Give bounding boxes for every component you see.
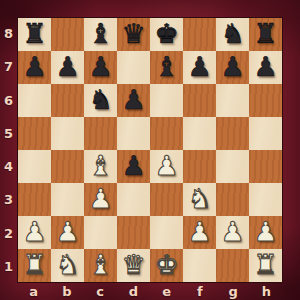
square-h7[interactable]: ♟ xyxy=(249,51,282,84)
square-e2[interactable] xyxy=(150,216,183,249)
square-a2[interactable]: ♟ xyxy=(18,216,51,249)
square-d5[interactable] xyxy=(117,117,150,150)
square-b3[interactable] xyxy=(51,183,84,216)
piece-black-pawn[interactable]: ♟ xyxy=(84,51,117,83)
square-e4[interactable]: ♟ xyxy=(150,150,183,183)
square-h4[interactable] xyxy=(249,150,282,183)
piece-black-pawn[interactable]: ♟ xyxy=(216,51,249,83)
square-f4[interactable] xyxy=(183,150,216,183)
file-label-c: c xyxy=(84,283,117,300)
file-label-d: d xyxy=(117,283,150,300)
piece-white-knight[interactable]: ♞ xyxy=(51,249,84,281)
rank-label-5: 5 xyxy=(0,117,17,150)
piece-white-queen[interactable]: ♛ xyxy=(117,249,150,281)
square-e6[interactable] xyxy=(150,84,183,117)
square-b1[interactable]: ♞ xyxy=(51,249,84,282)
rank-label-1: 1 xyxy=(0,250,17,283)
chess-board: ♜♝♛♚♞♜♟♟♟♝♟♟♟♞♟♝♟♟♟♞♟♟♟♟♟♜♞♝♛♚♜ xyxy=(17,17,283,283)
square-c5[interactable] xyxy=(84,117,117,150)
piece-white-pawn[interactable]: ♟ xyxy=(18,216,51,248)
piece-white-pawn[interactable]: ♟ xyxy=(150,150,183,182)
piece-black-pawn[interactable]: ♟ xyxy=(117,84,150,116)
square-b6[interactable] xyxy=(51,84,84,117)
square-a7[interactable]: ♟ xyxy=(18,51,51,84)
piece-black-rook[interactable]: ♜ xyxy=(18,18,51,50)
square-h6[interactable] xyxy=(249,84,282,117)
file-label-f: f xyxy=(183,283,216,300)
piece-white-rook[interactable]: ♜ xyxy=(249,249,282,281)
square-h8[interactable]: ♜ xyxy=(249,18,282,51)
piece-black-bishop[interactable]: ♝ xyxy=(150,51,183,83)
rank-label-2: 2 xyxy=(0,217,17,250)
square-g1[interactable] xyxy=(216,249,249,282)
square-c6[interactable]: ♞ xyxy=(84,84,117,117)
piece-black-pawn[interactable]: ♟ xyxy=(51,51,84,83)
square-d4[interactable]: ♟ xyxy=(117,150,150,183)
square-h5[interactable] xyxy=(249,117,282,150)
square-c4[interactable]: ♝ xyxy=(84,150,117,183)
square-g7[interactable]: ♟ xyxy=(216,51,249,84)
square-f2[interactable]: ♟ xyxy=(183,216,216,249)
square-d6[interactable]: ♟ xyxy=(117,84,150,117)
square-g3[interactable] xyxy=(216,183,249,216)
piece-white-knight[interactable]: ♞ xyxy=(183,183,216,215)
file-label-g: g xyxy=(217,283,250,300)
square-d1[interactable]: ♛ xyxy=(117,249,150,282)
square-f1[interactable] xyxy=(183,249,216,282)
piece-white-pawn[interactable]: ♟ xyxy=(51,216,84,248)
piece-black-knight[interactable]: ♞ xyxy=(84,84,117,116)
square-a4[interactable] xyxy=(18,150,51,183)
square-e8[interactable]: ♚ xyxy=(150,18,183,51)
piece-black-knight[interactable]: ♞ xyxy=(216,18,249,50)
square-g2[interactable]: ♟ xyxy=(216,216,249,249)
rank-label-8: 8 xyxy=(0,17,17,50)
square-g5[interactable] xyxy=(216,117,249,150)
square-e3[interactable] xyxy=(150,183,183,216)
square-e5[interactable] xyxy=(150,117,183,150)
square-f6[interactable] xyxy=(183,84,216,117)
piece-white-rook[interactable]: ♜ xyxy=(18,249,51,281)
square-f3[interactable]: ♞ xyxy=(183,183,216,216)
piece-black-pawn[interactable]: ♟ xyxy=(117,150,150,182)
rank-labels: 87654321 xyxy=(0,17,17,283)
square-b2[interactable]: ♟ xyxy=(51,216,84,249)
square-b4[interactable] xyxy=(51,150,84,183)
square-c3[interactable]: ♟ xyxy=(84,183,117,216)
square-a6[interactable] xyxy=(18,84,51,117)
file-label-h: h xyxy=(250,283,283,300)
file-label-e: e xyxy=(150,283,183,300)
piece-black-pawn[interactable]: ♟ xyxy=(183,51,216,83)
piece-black-pawn[interactable]: ♟ xyxy=(249,51,282,83)
square-a3[interactable] xyxy=(18,183,51,216)
square-g8[interactable]: ♞ xyxy=(216,18,249,51)
piece-white-bishop[interactable]: ♝ xyxy=(84,150,117,182)
square-d2[interactable] xyxy=(117,216,150,249)
file-label-b: b xyxy=(50,283,83,300)
square-c8[interactable]: ♝ xyxy=(84,18,117,51)
square-h1[interactable]: ♜ xyxy=(249,249,282,282)
square-b5[interactable] xyxy=(51,117,84,150)
piece-black-king[interactable]: ♚ xyxy=(150,18,183,50)
piece-black-bishop[interactable]: ♝ xyxy=(84,18,117,50)
square-c1[interactable]: ♝ xyxy=(84,249,117,282)
piece-black-pawn[interactable]: ♟ xyxy=(18,51,51,83)
square-g4[interactable] xyxy=(216,150,249,183)
piece-black-rook[interactable]: ♜ xyxy=(249,18,282,50)
piece-white-pawn[interactable]: ♟ xyxy=(216,216,249,248)
piece-black-queen[interactable]: ♛ xyxy=(117,18,150,50)
chess-board-frame: 87654321 ♜♝♛♚♞♜♟♟♟♝♟♟♟♞♟♝♟♟♟♞♟♟♟♟♟♜♞♝♛♚♜… xyxy=(0,0,300,300)
square-g6[interactable] xyxy=(216,84,249,117)
square-b8[interactable] xyxy=(51,18,84,51)
square-h2[interactable]: ♟ xyxy=(249,216,282,249)
square-e1[interactable]: ♚ xyxy=(150,249,183,282)
rank-label-6: 6 xyxy=(0,84,17,117)
square-d7[interactable] xyxy=(117,51,150,84)
square-f5[interactable] xyxy=(183,117,216,150)
square-b7[interactable]: ♟ xyxy=(51,51,84,84)
rank-label-3: 3 xyxy=(0,183,17,216)
file-label-a: a xyxy=(17,283,50,300)
square-h3[interactable] xyxy=(249,183,282,216)
piece-white-pawn[interactable]: ♟ xyxy=(183,216,216,248)
square-a5[interactable] xyxy=(18,117,51,150)
piece-white-pawn[interactable]: ♟ xyxy=(84,183,117,215)
rank-label-7: 7 xyxy=(0,50,17,83)
square-c2[interactable] xyxy=(84,216,117,249)
square-f7[interactable]: ♟ xyxy=(183,51,216,84)
piece-white-pawn[interactable]: ♟ xyxy=(249,216,282,248)
piece-white-king[interactable]: ♚ xyxy=(150,249,183,281)
square-d8[interactable]: ♛ xyxy=(117,18,150,51)
square-a8[interactable]: ♜ xyxy=(18,18,51,51)
square-d3[interactable] xyxy=(117,183,150,216)
file-labels: abcdefgh xyxy=(17,283,283,300)
square-e7[interactable]: ♝ xyxy=(150,51,183,84)
piece-white-bishop[interactable]: ♝ xyxy=(84,249,117,281)
square-c7[interactable]: ♟ xyxy=(84,51,117,84)
square-f8[interactable] xyxy=(183,18,216,51)
square-a1[interactable]: ♜ xyxy=(18,249,51,282)
rank-label-4: 4 xyxy=(0,150,17,183)
